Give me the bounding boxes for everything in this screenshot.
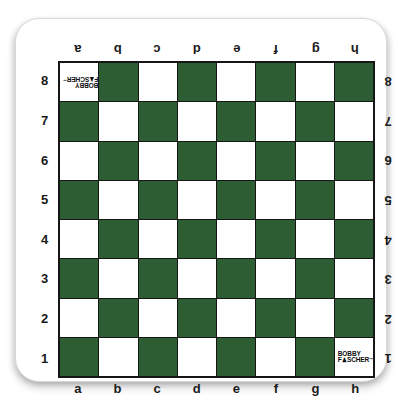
rank-label-left-1: 1 xyxy=(31,338,58,378)
file-label-bottom-f: f xyxy=(256,379,296,399)
square-g3[interactable] xyxy=(296,259,334,297)
square-h4[interactable] xyxy=(335,220,373,258)
square-c2[interactable] xyxy=(139,299,177,337)
square-c8[interactable] xyxy=(139,63,177,101)
square-g4[interactable] xyxy=(296,220,334,258)
square-f7[interactable] xyxy=(256,102,294,140)
square-c5[interactable] xyxy=(139,181,177,219)
trademark-symbol: ™ xyxy=(369,357,373,362)
logo-line1: BOBBY xyxy=(75,82,98,89)
square-a5[interactable] xyxy=(60,181,98,219)
rank-label-left-2: 2 xyxy=(31,299,58,339)
file-label-bottom-c: c xyxy=(137,379,177,399)
square-e2[interactable] xyxy=(217,299,255,337)
square-g2[interactable] xyxy=(296,299,334,337)
file-label-bottom-e: e xyxy=(217,379,257,399)
square-e6[interactable] xyxy=(217,142,255,180)
square-h3[interactable] xyxy=(335,259,373,297)
rank-label-right-1: 1 xyxy=(375,338,400,378)
square-f6[interactable] xyxy=(256,142,294,180)
square-d2[interactable] xyxy=(178,299,216,337)
square-f5[interactable] xyxy=(256,181,294,219)
square-d5[interactable] xyxy=(178,181,216,219)
square-a4[interactable] xyxy=(60,220,98,258)
square-d1[interactable] xyxy=(178,338,216,376)
square-g7[interactable] xyxy=(296,102,334,140)
square-a6[interactable] xyxy=(60,142,98,180)
rank-label-right-2: 2 xyxy=(375,299,400,339)
board-grid: BOBBYF♟SCHER™BOBBYF♟SCHER™ xyxy=(58,61,375,378)
rank-label-right-8: 8 xyxy=(375,61,400,101)
square-f8[interactable] xyxy=(256,63,294,101)
bobby-fischer-logo: BOBBYF♟SCHER™ xyxy=(338,351,373,363)
chess-mat: abcdefgh abcdefgh 87654321 87654321 BOBB… xyxy=(15,18,387,382)
square-b1[interactable] xyxy=(99,338,137,376)
square-f3[interactable] xyxy=(256,259,294,297)
file-label-top-e: e xyxy=(217,39,257,59)
square-b2[interactable] xyxy=(99,299,137,337)
square-e7[interactable] xyxy=(217,102,255,140)
square-b3[interactable] xyxy=(99,259,137,297)
square-b5[interactable] xyxy=(99,181,137,219)
square-c3[interactable] xyxy=(139,259,177,297)
square-g8[interactable] xyxy=(296,63,334,101)
square-h6[interactable] xyxy=(335,142,373,180)
square-d6[interactable] xyxy=(178,142,216,180)
square-f4[interactable] xyxy=(256,220,294,258)
rank-label-left-6: 6 xyxy=(31,140,58,180)
square-a3[interactable] xyxy=(60,259,98,297)
file-label-bottom-g: g xyxy=(296,379,336,399)
square-f1[interactable] xyxy=(256,338,294,376)
rank-label-right-3: 3 xyxy=(375,259,400,299)
square-h2[interactable] xyxy=(335,299,373,337)
file-label-bottom-a: a xyxy=(58,379,98,399)
file-label-top-d: d xyxy=(177,39,217,59)
square-h8[interactable] xyxy=(335,63,373,101)
rank-label-left-3: 3 xyxy=(31,259,58,299)
product-photo: { "game": "chess", "scene": "Bobby Fisch… xyxy=(0,0,400,400)
logo-line2: F♟SCHER™ xyxy=(63,76,98,83)
file-labels-bottom: abcdefgh xyxy=(58,379,375,399)
square-a2[interactable] xyxy=(60,299,98,337)
rank-label-right-7: 7 xyxy=(375,101,400,141)
square-e5[interactable] xyxy=(217,181,255,219)
file-labels-top: abcdefgh xyxy=(58,39,375,59)
rank-label-left-5: 5 xyxy=(31,180,58,220)
square-c7[interactable] xyxy=(139,102,177,140)
pawn-icon: ♟ xyxy=(89,76,94,82)
file-label-top-f: f xyxy=(256,39,296,59)
square-d3[interactable] xyxy=(178,259,216,297)
file-label-top-b: b xyxy=(98,39,138,59)
square-f2[interactable] xyxy=(256,299,294,337)
square-e1[interactable] xyxy=(217,338,255,376)
rank-label-right-6: 6 xyxy=(375,140,400,180)
square-d8[interactable] xyxy=(178,63,216,101)
square-e4[interactable] xyxy=(217,220,255,258)
square-a8[interactable]: BOBBYF♟SCHER™ xyxy=(60,63,98,101)
square-a7[interactable] xyxy=(60,102,98,140)
square-b6[interactable] xyxy=(99,142,137,180)
square-h7[interactable] xyxy=(335,102,373,140)
file-label-bottom-d: d xyxy=(177,379,217,399)
square-a1[interactable] xyxy=(60,338,98,376)
file-label-bottom-h: h xyxy=(335,379,375,399)
rank-label-left-8: 8 xyxy=(31,61,58,101)
square-e3[interactable] xyxy=(217,259,255,297)
square-g1[interactable] xyxy=(296,338,334,376)
trademark-symbol: ™ xyxy=(63,77,67,82)
square-b4[interactable] xyxy=(99,220,137,258)
file-label-bottom-b: b xyxy=(98,379,138,399)
rank-label-left-7: 7 xyxy=(31,101,58,141)
file-label-top-a: a xyxy=(58,39,98,59)
square-d4[interactable] xyxy=(178,220,216,258)
rank-labels-right: 87654321 xyxy=(375,61,400,378)
square-h5[interactable] xyxy=(335,181,373,219)
square-b7[interactable] xyxy=(99,102,137,140)
square-c1[interactable] xyxy=(139,338,177,376)
logo-line2: F♟SCHER™ xyxy=(338,356,373,363)
rank-labels-left: 87654321 xyxy=(31,61,58,378)
square-b8[interactable] xyxy=(99,63,137,101)
bobby-fischer-logo: BOBBYF♟SCHER™ xyxy=(63,76,98,88)
square-d7[interactable] xyxy=(178,102,216,140)
file-label-top-g: g xyxy=(296,39,336,59)
square-c4[interactable] xyxy=(139,220,177,258)
square-h1[interactable]: BOBBYF♟SCHER™ xyxy=(335,338,373,376)
square-e8[interactable] xyxy=(217,63,255,101)
rank-label-right-4: 4 xyxy=(375,220,400,260)
rank-label-right-5: 5 xyxy=(375,180,400,220)
square-g5[interactable] xyxy=(296,181,334,219)
file-label-top-h: h xyxy=(335,39,375,59)
rank-label-left-4: 4 xyxy=(31,220,58,260)
file-label-top-c: c xyxy=(137,39,177,59)
square-g6[interactable] xyxy=(296,142,334,180)
square-c6[interactable] xyxy=(139,142,177,180)
